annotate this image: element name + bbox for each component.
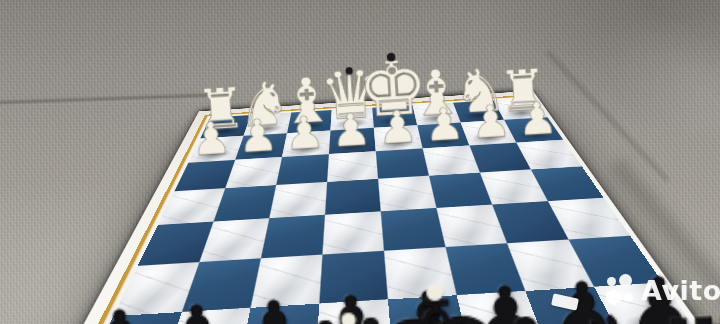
square <box>158 188 225 225</box>
white-pawn-piece: ♟ <box>376 105 418 150</box>
contrast-finial <box>387 53 396 62</box>
square <box>378 176 436 212</box>
square: ♟ <box>374 125 423 151</box>
square: ♟ <box>461 120 517 146</box>
white-pawn-piece: ♟ <box>516 96 558 141</box>
photo-scene: ♜♞♝♛♚♝♞♜♟♟♟♟♟♟♟♟♟♟♟♟♟♟♟♟♜♞♝♛♚♝♞♜ Avito <box>0 0 720 324</box>
square: ♟ <box>235 133 287 160</box>
contrast-finial <box>426 283 444 301</box>
white-pawn-piece: ♟ <box>190 116 232 161</box>
square <box>276 154 329 185</box>
white-pawn-piece: ♟ <box>423 102 465 147</box>
white-pawn-piece: ♟ <box>237 113 279 158</box>
square <box>376 148 429 178</box>
square <box>327 151 378 182</box>
square <box>214 185 277 222</box>
sofa-seat-highlight <box>584 0 720 177</box>
square: ♟ <box>417 123 469 149</box>
black-king-piece: ♚ <box>362 275 515 324</box>
white-pawn-piece: ♟ <box>470 99 512 144</box>
white-pawn-piece: ♟ <box>330 107 372 152</box>
avito-logo-icon <box>606 274 636 306</box>
square: ♟ <box>282 130 330 156</box>
square: ♟ <box>188 136 243 163</box>
square <box>261 215 325 259</box>
watermark-text: Avito <box>641 275 720 306</box>
contrast-finial <box>340 313 356 324</box>
square <box>225 157 282 188</box>
square <box>322 211 384 254</box>
square <box>325 179 381 215</box>
sofa-seam <box>0 93 210 106</box>
square: ♟ <box>329 128 376 154</box>
square <box>381 208 446 251</box>
contrast-finial <box>345 67 353 75</box>
white-pawn-piece: ♟ <box>283 110 325 155</box>
watermark: Avito <box>606 274 720 306</box>
black-rook-piece: ♜ <box>652 304 720 324</box>
square <box>269 182 327 218</box>
